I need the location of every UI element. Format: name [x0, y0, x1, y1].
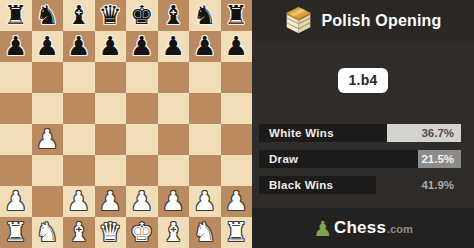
stat-label: Black Wins	[269, 179, 333, 191]
square-b1[interactable]: ♞	[32, 217, 64, 248]
square-h7[interactable]: ♟	[221, 31, 253, 62]
piece-white-pawn: ♟	[67, 188, 90, 214]
square-d1[interactable]: ♛	[95, 217, 127, 248]
square-e7[interactable]: ♟	[126, 31, 158, 62]
square-d5[interactable]	[95, 93, 127, 124]
piece-black-knight: ♞	[36, 2, 59, 28]
square-b3[interactable]	[32, 155, 64, 186]
square-c2[interactable]: ♟	[63, 186, 95, 217]
panel-body: 1.b4 White Wins 36.7% Draw 21.5% Black W…	[252, 41, 474, 208]
square-c3[interactable]	[63, 155, 95, 186]
piece-white-pawn: ♟	[225, 188, 248, 214]
square-e8[interactable]: ♚	[126, 0, 158, 31]
square-g4[interactable]	[189, 124, 221, 155]
square-h4[interactable]	[221, 124, 253, 155]
square-a3[interactable]	[0, 155, 32, 186]
square-d4[interactable]	[95, 124, 127, 155]
square-f6[interactable]	[158, 62, 190, 93]
piece-black-pawn: ♟	[99, 33, 122, 59]
square-f7[interactable]: ♟	[158, 31, 190, 62]
square-g7[interactable]: ♟	[189, 31, 221, 62]
piece-white-rook: ♜	[4, 219, 27, 245]
square-a6[interactable]	[0, 62, 32, 93]
square-f5[interactable]	[158, 93, 190, 124]
square-c6[interactable]	[63, 62, 95, 93]
square-c7[interactable]: ♟	[63, 31, 95, 62]
square-g8[interactable]: ♞	[189, 0, 221, 31]
piece-white-pawn: ♟	[4, 188, 27, 214]
square-a8[interactable]: ♜	[0, 0, 32, 31]
stat-value: 21.5%	[421, 153, 454, 165]
square-c4[interactable]	[63, 124, 95, 155]
square-d2[interactable]: ♟	[95, 186, 127, 217]
square-g5[interactable]	[189, 93, 221, 124]
piece-black-bishop: ♝	[162, 2, 185, 28]
stat-bar: 21.5%	[418, 150, 461, 168]
piece-black-queen: ♛	[99, 2, 122, 28]
square-d6[interactable]	[95, 62, 127, 93]
stats-list: White Wins 36.7% Draw 21.5% Black Wins 4…	[252, 124, 474, 202]
piece-white-pawn: ♟	[36, 126, 59, 152]
opening-title: Polish Opening	[321, 12, 441, 30]
stat-bar: 41.9%	[376, 176, 461, 194]
stat-row-draw: Draw 21.5%	[259, 150, 461, 168]
piece-black-pawn: ♟	[162, 33, 185, 59]
panel-footer: ♟ Chess .com	[252, 208, 474, 248]
opening-header: Polish Opening	[252, 0, 474, 41]
square-f2[interactable]: ♟	[158, 186, 190, 217]
piece-black-king: ♚	[130, 2, 153, 28]
square-h5[interactable]	[221, 93, 253, 124]
piece-white-knight: ♞	[193, 219, 216, 245]
info-panel: Polish Opening 1.b4 White Wins 36.7% Dra…	[252, 0, 474, 248]
stat-row-black-wins: Black Wins 41.9%	[259, 176, 461, 194]
piece-black-rook: ♜	[4, 2, 27, 28]
square-b8[interactable]: ♞	[32, 0, 64, 31]
piece-white-knight: ♞	[36, 219, 59, 245]
square-e3[interactable]	[126, 155, 158, 186]
square-e4[interactable]	[126, 124, 158, 155]
square-e2[interactable]: ♟	[126, 186, 158, 217]
books-stack-icon	[284, 5, 313, 36]
stat-label: Draw	[269, 153, 298, 165]
piece-white-pawn: ♟	[193, 188, 216, 214]
square-b2[interactable]	[32, 186, 64, 217]
square-g2[interactable]: ♟	[189, 186, 221, 217]
square-g3[interactable]	[189, 155, 221, 186]
square-f1[interactable]: ♝	[158, 217, 190, 248]
square-e1[interactable]: ♚	[126, 217, 158, 248]
piece-white-king: ♚	[130, 219, 153, 245]
square-g6[interactable]	[189, 62, 221, 93]
opening-card: ♜♞♝♛♚♝♞♜♟♟♟♟♟♟♟♟♟♟♟♟♟♟♟♟♜♞♝♛♚♝♞♜ Polish …	[0, 0, 474, 248]
square-c8[interactable]: ♝	[63, 0, 95, 31]
square-h1[interactable]: ♜	[221, 217, 253, 248]
piece-black-bishop: ♝	[67, 2, 90, 28]
chess-board[interactable]: ♜♞♝♛♚♝♞♜♟♟♟♟♟♟♟♟♟♟♟♟♟♟♟♟♜♞♝♛♚♝♞♜	[0, 0, 252, 248]
square-e5[interactable]	[126, 93, 158, 124]
stat-label: White Wins	[269, 127, 334, 139]
piece-white-rook: ♜	[225, 219, 248, 245]
piece-black-pawn: ♟	[130, 33, 153, 59]
square-d8[interactable]: ♛	[95, 0, 127, 31]
stat-bar: 36.7%	[387, 124, 461, 142]
stat-value: 41.9%	[421, 179, 454, 191]
square-b5[interactable]	[32, 93, 64, 124]
square-e6[interactable]	[126, 62, 158, 93]
square-d7[interactable]: ♟	[95, 31, 127, 62]
brand-text: Chess	[334, 218, 386, 238]
piece-black-pawn: ♟	[193, 33, 216, 59]
chesscom-logo[interactable]: ♟ Chess .com	[313, 218, 413, 239]
square-a4[interactable]	[0, 124, 32, 155]
square-b7[interactable]: ♟	[32, 31, 64, 62]
square-a2[interactable]: ♟	[0, 186, 32, 217]
square-h8[interactable]: ♜	[221, 0, 253, 31]
piece-white-bishop: ♝	[67, 219, 90, 245]
square-f8[interactable]: ♝	[158, 0, 190, 31]
square-g1[interactable]: ♞	[189, 217, 221, 248]
piece-black-pawn: ♟	[36, 33, 59, 59]
square-a1[interactable]: ♜	[0, 217, 32, 248]
square-h2[interactable]: ♟	[221, 186, 253, 217]
square-f3[interactable]	[158, 155, 190, 186]
square-h6[interactable]	[221, 62, 253, 93]
stat-value: 36.7%	[421, 127, 454, 139]
move-badge: 1.b4	[338, 68, 387, 93]
pawn-logo-icon: ♟	[313, 219, 332, 240]
piece-white-pawn: ♟	[99, 188, 122, 214]
square-b6[interactable]	[32, 62, 64, 93]
square-c5[interactable]	[63, 93, 95, 124]
piece-white-pawn: ♟	[162, 188, 185, 214]
square-c1[interactable]: ♝	[63, 217, 95, 248]
piece-black-pawn: ♟	[67, 33, 90, 59]
square-a5[interactable]	[0, 93, 32, 124]
brand-suffix: .com	[387, 223, 413, 235]
stat-row-white-wins: White Wins 36.7%	[259, 124, 461, 142]
square-a7[interactable]: ♟	[0, 31, 32, 62]
piece-white-pawn: ♟	[130, 188, 153, 214]
square-h3[interactable]	[221, 155, 253, 186]
piece-black-rook: ♜	[225, 2, 248, 28]
square-f4[interactable]	[158, 124, 190, 155]
piece-white-bishop: ♝	[162, 219, 185, 245]
piece-black-pawn: ♟	[4, 33, 27, 59]
piece-white-queen: ♛	[99, 219, 122, 245]
square-d3[interactable]	[95, 155, 127, 186]
piece-black-pawn: ♟	[225, 33, 248, 59]
square-b4[interactable]: ♟	[32, 124, 64, 155]
piece-black-knight: ♞	[193, 2, 216, 28]
